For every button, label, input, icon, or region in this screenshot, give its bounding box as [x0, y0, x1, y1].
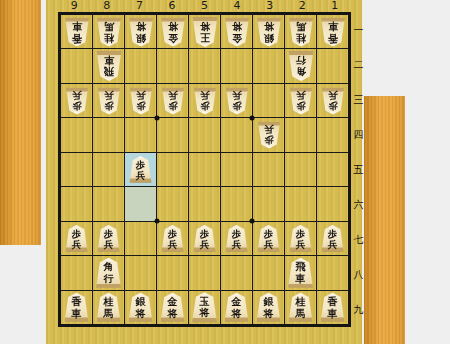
board-square[interactable]: 歩兵 — [285, 84, 316, 117]
board-square[interactable] — [253, 153, 284, 186]
piece-kanji: 歩 — [72, 228, 82, 238]
piece-kanji: 玉 — [200, 297, 210, 308]
board-square[interactable] — [221, 256, 252, 289]
board-square[interactable]: 銀将 — [253, 291, 284, 324]
piece-kanji: 歩 — [264, 135, 274, 145]
piece-kanji: 兵 — [328, 239, 338, 249]
board-square[interactable] — [189, 49, 220, 82]
piece-kanji: 桂 — [296, 32, 306, 43]
piece-kanji: 車 — [72, 308, 82, 319]
piece-kanji: 王 — [200, 32, 210, 43]
shogi-piece[interactable]: 角行 — [95, 258, 122, 288]
piece-kanji: 桂 — [104, 32, 114, 43]
shogi-piece[interactable]: 王将 — [191, 17, 218, 47]
board-square[interactable]: 歩兵 — [253, 222, 284, 255]
piece-kanji: 桂 — [104, 297, 114, 308]
sente-piece-stand[interactable] — [364, 96, 405, 344]
board-square[interactable]: 王将 — [189, 15, 220, 48]
piece-kanji: 兵 — [264, 239, 274, 249]
piece-kanji: 将 — [264, 308, 274, 319]
piece-kanji: 金 — [232, 32, 242, 43]
shogi-piece[interactable]: 銀将 — [128, 17, 154, 46]
board-square[interactable]: 金将 — [157, 15, 188, 48]
rank-label: 八 — [352, 257, 365, 292]
shogi-piece[interactable]: 銀将 — [128, 293, 154, 322]
board-square[interactable] — [189, 153, 220, 186]
piece-kanji: 馬 — [296, 308, 306, 319]
board-square[interactable]: 角行 — [93, 256, 124, 289]
board-square[interactable] — [189, 118, 220, 151]
board-square[interactable]: 歩兵 — [221, 222, 252, 255]
piece-kanji: 歩 — [296, 228, 306, 238]
piece-kanji: 兵 — [296, 239, 306, 249]
piece-kanji: 香 — [72, 32, 82, 43]
shogi-piece[interactable]: 歩兵 — [289, 225, 313, 252]
shogi-piece[interactable]: 香車 — [320, 17, 346, 46]
piece-kanji: 飛 — [104, 66, 114, 77]
file-label: 1 — [319, 0, 352, 12]
board-square[interactable] — [125, 187, 156, 220]
board-square[interactable] — [125, 222, 156, 255]
piece-kanji: 将 — [200, 20, 210, 31]
board-square[interactable]: 歩兵 — [253, 118, 284, 151]
shogi-piece[interactable]: 歩兵 — [193, 225, 217, 252]
shogi-piece[interactable]: 歩兵 — [257, 122, 281, 149]
board-square[interactable]: 飛車 — [93, 49, 124, 82]
board-square[interactable] — [317, 118, 348, 151]
shogi-piece[interactable]: 歩兵 — [129, 87, 153, 114]
piece-kanji: 将 — [264, 20, 274, 31]
piece-kanji: 歩 — [200, 228, 210, 238]
board-square[interactable]: 歩兵 — [285, 222, 316, 255]
board-square[interactable]: 歩兵 — [125, 84, 156, 117]
board-square[interactable]: 香車 — [317, 291, 348, 324]
piece-kanji: 歩 — [168, 101, 178, 111]
piece-kanji: 馬 — [104, 308, 114, 319]
shogi-piece[interactable]: 飛車 — [95, 51, 122, 81]
board-square[interactable] — [221, 49, 252, 82]
piece-kanji: 車 — [104, 55, 114, 66]
piece-kanji: 香 — [72, 297, 82, 308]
piece-kanji: 車 — [328, 20, 338, 31]
shogi-piece[interactable]: 歩兵 — [161, 225, 185, 252]
piece-kanji: 兵 — [264, 124, 274, 134]
file-labels: 987654321 — [58, 0, 351, 12]
piece-kanji: 歩 — [168, 228, 178, 238]
piece-kanji: 兵 — [296, 90, 306, 100]
piece-kanji: 行 — [104, 274, 114, 285]
board-square[interactable]: 香車 — [317, 15, 348, 48]
star-point — [154, 219, 159, 224]
piece-kanji: 兵 — [104, 239, 114, 249]
file-label: 5 — [188, 0, 221, 12]
board-square[interactable]: 香車 — [61, 15, 92, 48]
piece-kanji: 行 — [296, 55, 306, 66]
piece-kanji: 馬 — [296, 20, 306, 31]
board-square[interactable] — [93, 153, 124, 186]
shogi-piece[interactable]: 金将 — [224, 293, 250, 322]
shogi-piece[interactable]: 銀将 — [256, 293, 282, 322]
board-square[interactable] — [221, 118, 252, 151]
board-square[interactable] — [61, 153, 92, 186]
piece-kanji: 角 — [104, 262, 114, 273]
board-square[interactable]: 歩兵 — [61, 84, 92, 117]
piece-kanji: 銀 — [136, 297, 146, 308]
file-label: 4 — [221, 0, 254, 12]
rank-label: 九 — [352, 292, 365, 327]
piece-kanji: 歩 — [104, 228, 114, 238]
board-square[interactable]: 歩兵 — [125, 153, 156, 186]
file-label: 3 — [253, 0, 286, 12]
board-square[interactable] — [253, 187, 284, 220]
piece-kanji: 銀 — [264, 297, 274, 308]
shogi-piece[interactable]: 桂馬 — [288, 17, 314, 46]
board-square[interactable] — [317, 49, 348, 82]
piece-kanji: 車 — [72, 20, 82, 31]
board-square[interactable]: 金将 — [157, 291, 188, 324]
shogi-piece[interactable]: 香車 — [64, 17, 90, 46]
board-square[interactable] — [157, 118, 188, 151]
board-square[interactable]: 銀将 — [125, 15, 156, 48]
file-label: 7 — [123, 0, 156, 12]
piece-kanji: 車 — [328, 308, 338, 319]
board-square[interactable] — [253, 84, 284, 117]
piece-kanji: 歩 — [136, 159, 146, 169]
board-square[interactable]: 歩兵 — [157, 222, 188, 255]
file-label: 8 — [91, 0, 124, 12]
gote-piece-stand[interactable] — [0, 0, 41, 245]
board-square[interactable] — [61, 49, 92, 82]
board-square[interactable] — [253, 49, 284, 82]
piece-kanji: 将 — [136, 20, 146, 31]
piece-kanji: 将 — [168, 20, 178, 31]
piece-kanji: 桂 — [296, 297, 306, 308]
piece-kanji: 兵 — [168, 90, 178, 100]
piece-kanji: 金 — [168, 297, 178, 308]
rank-label: 一 — [352, 12, 365, 47]
piece-kanji: 歩 — [136, 101, 146, 111]
shogi-piece[interactable]: 歩兵 — [129, 156, 153, 183]
board-square[interactable] — [125, 256, 156, 289]
board-square[interactable]: 香車 — [61, 291, 92, 324]
board-square[interactable] — [221, 153, 252, 186]
piece-kanji: 将 — [168, 308, 178, 319]
board-square[interactable] — [189, 256, 220, 289]
board-square[interactable]: 銀将 — [253, 15, 284, 48]
board-square[interactable] — [285, 187, 316, 220]
piece-kanji: 兵 — [72, 239, 82, 249]
piece-kanji: 兵 — [200, 90, 210, 100]
shogi-piece[interactable]: 銀将 — [256, 17, 282, 46]
board-square[interactable] — [125, 49, 156, 82]
star-point — [154, 116, 159, 121]
piece-kanji: 兵 — [232, 239, 242, 249]
rank-label: 七 — [352, 222, 365, 257]
board-square[interactable]: 歩兵 — [221, 84, 252, 117]
piece-kanji: 金 — [168, 32, 178, 43]
board-square[interactable] — [93, 187, 124, 220]
shogi-app: 987654321 一二三四五六七八九 香車桂馬銀将金将王将金将銀将桂馬香車飛車… — [0, 0, 450, 344]
shogi-piece[interactable]: 歩兵 — [289, 87, 313, 114]
board-square[interactable] — [61, 256, 92, 289]
piece-kanji: 兵 — [136, 90, 146, 100]
board-square[interactable] — [157, 256, 188, 289]
rank-label: 二 — [352, 47, 365, 82]
board-square[interactable] — [61, 118, 92, 151]
shogi-piece[interactable]: 桂馬 — [96, 293, 122, 322]
piece-kanji: 歩 — [296, 101, 306, 111]
piece-kanji: 歩 — [328, 228, 338, 238]
board-square[interactable]: 歩兵 — [189, 222, 220, 255]
piece-kanji: 飛 — [296, 262, 306, 273]
board-square[interactable]: 玉将 — [189, 291, 220, 324]
board-square[interactable]: 歩兵 — [93, 222, 124, 255]
board-square[interactable] — [157, 49, 188, 82]
board-square[interactable] — [189, 187, 220, 220]
star-point — [250, 219, 255, 224]
board-square[interactable] — [317, 153, 348, 186]
board-square[interactable]: 歩兵 — [157, 84, 188, 117]
shogi-piece[interactable]: 歩兵 — [161, 87, 185, 114]
board-square[interactable]: 歩兵 — [189, 84, 220, 117]
shogi-piece[interactable]: 飛車 — [287, 258, 314, 288]
board-square[interactable] — [253, 256, 284, 289]
board-square[interactable]: 銀将 — [125, 291, 156, 324]
board-square[interactable]: 桂馬 — [93, 15, 124, 48]
piece-kanji: 香 — [328, 32, 338, 43]
shogi-piece[interactable]: 金将 — [160, 293, 186, 322]
rank-label: 六 — [352, 187, 365, 222]
board-square[interactable] — [93, 118, 124, 151]
piece-kanji: 歩 — [200, 101, 210, 111]
shogi-piece[interactable]: 金将 — [224, 17, 250, 46]
rank-labels: 一二三四五六七八九 — [352, 12, 365, 327]
shogi-piece[interactable]: 歩兵 — [193, 87, 217, 114]
board-square[interactable] — [317, 256, 348, 289]
file-label: 2 — [286, 0, 319, 12]
board-square[interactable] — [157, 153, 188, 186]
piece-kanji: 兵 — [72, 90, 82, 100]
piece-kanji: 馬 — [104, 20, 114, 31]
piece-kanji: 歩 — [328, 101, 338, 111]
board-square[interactable]: 角行 — [285, 49, 316, 82]
piece-kanji: 兵 — [104, 90, 114, 100]
piece-kanji: 兵 — [168, 239, 178, 249]
board-square[interactable] — [61, 187, 92, 220]
board-square[interactable]: 飛車 — [285, 256, 316, 289]
piece-kanji: 歩 — [104, 101, 114, 111]
piece-kanji: 兵 — [136, 170, 146, 180]
board-frame: 香車桂馬銀将金将王将金将銀将桂馬香車飛車角行歩兵歩兵歩兵歩兵歩兵歩兵歩兵歩兵歩兵… — [58, 12, 351, 327]
piece-kanji: 将 — [136, 308, 146, 319]
board-square[interactable]: 歩兵 — [317, 222, 348, 255]
piece-kanji: 銀 — [264, 32, 274, 43]
piece-kanji: 角 — [296, 66, 306, 77]
board-square[interactable]: 桂馬 — [93, 291, 124, 324]
shogi-piece[interactable]: 歩兵 — [97, 87, 121, 114]
board-square[interactable] — [221, 187, 252, 220]
piece-kanji: 車 — [296, 274, 306, 285]
shogi-piece[interactable]: 歩兵 — [321, 87, 345, 114]
shogi-piece[interactable]: 歩兵 — [65, 87, 89, 114]
board-square[interactable]: 歩兵 — [317, 84, 348, 117]
file-label: 9 — [58, 0, 91, 12]
piece-kanji: 兵 — [328, 90, 338, 100]
board-square[interactable]: 歩兵 — [61, 222, 92, 255]
shogi-piece[interactable]: 玉将 — [191, 292, 218, 322]
shogi-piece[interactable]: 桂馬 — [96, 17, 122, 46]
board-square[interactable] — [125, 118, 156, 151]
board-square[interactable]: 金将 — [221, 15, 252, 48]
board-square[interactable] — [317, 187, 348, 220]
piece-kanji: 兵 — [200, 239, 210, 249]
board-square[interactable]: 桂馬 — [285, 15, 316, 48]
board-square[interactable] — [285, 118, 316, 151]
piece-kanji: 歩 — [232, 101, 242, 111]
shogi-piece[interactable]: 角行 — [287, 51, 314, 81]
board-square[interactable] — [285, 153, 316, 186]
shogi-piece[interactable]: 歩兵 — [225, 225, 249, 252]
piece-kanji: 金 — [232, 297, 242, 308]
shogi-piece[interactable]: 香車 — [320, 293, 346, 322]
shogi-piece[interactable]: 金将 — [160, 17, 186, 46]
board-square[interactable]: 桂馬 — [285, 291, 316, 324]
rank-label: 四 — [352, 117, 365, 152]
piece-kanji: 歩 — [232, 228, 242, 238]
shogi-board: 香車桂馬銀将金将王将金将銀将桂馬香車飛車角行歩兵歩兵歩兵歩兵歩兵歩兵歩兵歩兵歩兵… — [61, 15, 348, 324]
rank-label: 五 — [352, 152, 365, 187]
board-square[interactable]: 歩兵 — [93, 84, 124, 117]
file-label: 6 — [156, 0, 189, 12]
board-square[interactable]: 金将 — [221, 291, 252, 324]
shogi-piece[interactable]: 歩兵 — [97, 225, 121, 252]
piece-kanji: 将 — [232, 308, 242, 319]
rank-label: 三 — [352, 82, 365, 117]
shogi-piece[interactable]: 桂馬 — [288, 293, 314, 322]
piece-kanji: 歩 — [264, 228, 274, 238]
board-square[interactable] — [157, 187, 188, 220]
piece-kanji: 銀 — [136, 32, 146, 43]
shogi-piece[interactable]: 歩兵 — [65, 225, 89, 252]
star-point — [250, 116, 255, 121]
piece-kanji: 兵 — [232, 90, 242, 100]
shogi-piece[interactable]: 歩兵 — [257, 225, 281, 252]
piece-kanji: 歩 — [72, 101, 82, 111]
shogi-piece[interactable]: 香車 — [64, 293, 90, 322]
piece-kanji: 将 — [200, 308, 210, 319]
piece-kanji: 将 — [232, 20, 242, 31]
piece-kanji: 香 — [328, 297, 338, 308]
shogi-piece[interactable]: 歩兵 — [225, 87, 249, 114]
shogi-piece[interactable]: 歩兵 — [321, 225, 345, 252]
